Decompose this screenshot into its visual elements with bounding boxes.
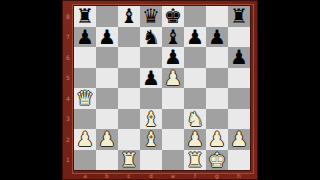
white-queen-a4: ♛: [74, 88, 96, 109]
square-c1: ♜: [118, 150, 140, 171]
square-b6: [96, 47, 118, 68]
square-b7: ♟: [96, 27, 118, 48]
square-a1: [74, 150, 96, 171]
square-d6: [140, 47, 162, 68]
square-f3: ♞: [184, 109, 206, 130]
square-f1: ♜: [184, 150, 206, 171]
chess-board-frame: ♜♝♛♚♜♟♟♞♝♟♟♟♟♟♟♛♝♞♟♟♝♟♟♟♜♜♚ 87654321 abc…: [62, 0, 258, 180]
square-f4: [184, 88, 206, 109]
square-e5: ♟: [162, 68, 184, 89]
black-pawn-e6: ♟: [162, 47, 184, 68]
square-a7: ♟: [74, 27, 96, 48]
black-pawn-d5: ♟: [140, 68, 162, 89]
square-h2: ♟: [228, 129, 250, 150]
square-g4: [206, 88, 228, 109]
square-b8: [96, 6, 118, 27]
black-king-e8: ♚: [162, 6, 184, 27]
white-king-g1: ♚: [206, 150, 228, 171]
square-c8: ♝: [118, 6, 140, 27]
square-d3: ♝: [140, 109, 162, 130]
square-f5: [184, 68, 206, 89]
black-pawn-b7: ♟: [96, 27, 118, 48]
black-pawn-f7: ♟: [184, 27, 206, 48]
rank-label-1: 1: [63, 150, 73, 171]
white-pawn-b2: ♟: [96, 129, 118, 150]
rank-label-8: 8: [63, 6, 73, 27]
file-label-e: e: [162, 170, 184, 180]
white-bishop-d3: ♝: [140, 109, 162, 130]
square-b5: [96, 68, 118, 89]
black-pawn-g7: ♟: [206, 27, 228, 48]
square-a6: [74, 47, 96, 68]
square-h4: [228, 88, 250, 109]
square-b2: ♟: [96, 129, 118, 150]
black-queen-d8: ♛: [140, 6, 162, 27]
square-h8: ♜: [228, 6, 250, 27]
square-h6: ♟: [228, 47, 250, 68]
white-knight-f3: ♞: [184, 109, 206, 130]
black-bishop-e7: ♝: [162, 27, 184, 48]
square-a4: ♛: [74, 88, 96, 109]
square-g2: ♟: [206, 129, 228, 150]
square-f7: ♟: [184, 27, 206, 48]
square-e6: ♟: [162, 47, 184, 68]
square-e1: [162, 150, 184, 171]
square-f8: [184, 6, 206, 27]
square-b4: [96, 88, 118, 109]
white-pawn-g2: ♟: [206, 129, 228, 150]
square-e4: [162, 88, 184, 109]
square-g3: [206, 109, 228, 130]
black-bishop-c8: ♝: [118, 6, 140, 27]
square-c5: [118, 68, 140, 89]
white-rook-f1: ♜: [184, 150, 206, 171]
white-pawn-h2: ♟: [228, 129, 250, 150]
square-a8: ♜: [74, 6, 96, 27]
rank-label-5: 5: [63, 68, 73, 89]
square-a2: ♟: [74, 129, 96, 150]
square-c7: [118, 27, 140, 48]
video-frame: ♜♝♛♚♜♟♟♞♝♟♟♟♟♟♟♛♝♞♟♟♝♟♟♟♜♜♚ 87654321 abc…: [0, 0, 320, 180]
rank-label-4: 4: [63, 88, 73, 109]
black-rook-a8: ♜: [74, 6, 96, 27]
square-e7: ♝: [162, 27, 184, 48]
square-c4: [118, 88, 140, 109]
square-h3: [228, 109, 250, 130]
file-label-g: g: [206, 170, 228, 180]
square-h5: [228, 68, 250, 89]
white-bishop-d2: ♝: [140, 129, 162, 150]
square-g6: [206, 47, 228, 68]
square-a5: [74, 68, 96, 89]
white-pawn-e5: ♟: [162, 68, 184, 89]
square-f6: [184, 47, 206, 68]
rank-label-3: 3: [63, 109, 73, 130]
square-d5: ♟: [140, 68, 162, 89]
chess-board: ♜♝♛♚♜♟♟♞♝♟♟♟♟♟♟♛♝♞♟♟♝♟♟♟♜♜♚: [74, 6, 250, 170]
file-label-f: f: [184, 170, 206, 180]
square-g8: [206, 6, 228, 27]
square-h7: [228, 27, 250, 48]
square-a3: [74, 109, 96, 130]
square-d8: ♛: [140, 6, 162, 27]
black-pawn-a7: ♟: [74, 27, 96, 48]
square-b3: [96, 109, 118, 130]
rank-label-2: 2: [63, 129, 73, 150]
white-pawn-a2: ♟: [74, 129, 96, 150]
file-label-d: d: [140, 170, 162, 180]
square-e8: ♚: [162, 6, 184, 27]
square-g7: ♟: [206, 27, 228, 48]
file-label-c: c: [118, 170, 140, 180]
square-c2: [118, 129, 140, 150]
rank-label-7: 7: [63, 27, 73, 48]
black-knight-d7: ♞: [140, 27, 162, 48]
square-e2: [162, 129, 184, 150]
square-g1: ♚: [206, 150, 228, 171]
white-rook-c1: ♜: [118, 150, 140, 171]
white-pawn-f2: ♟: [184, 129, 206, 150]
square-f2: ♟: [184, 129, 206, 150]
file-label-b: b: [96, 170, 118, 180]
square-c6: [118, 47, 140, 68]
square-h1: [228, 150, 250, 171]
black-rook-h8: ♜: [228, 6, 250, 27]
file-label-a: a: [74, 170, 96, 180]
square-d2: ♝: [140, 129, 162, 150]
rank-label-6: 6: [63, 47, 73, 68]
square-g5: [206, 68, 228, 89]
file-label-h: h: [228, 170, 250, 180]
black-pawn-h6: ♟: [228, 47, 250, 68]
square-c3: [118, 109, 140, 130]
square-d4: [140, 88, 162, 109]
square-d1: [140, 150, 162, 171]
square-e3: [162, 109, 184, 130]
square-d7: ♞: [140, 27, 162, 48]
square-b1: [96, 150, 118, 171]
